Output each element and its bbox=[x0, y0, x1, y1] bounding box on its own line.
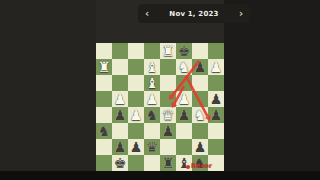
square-d2[interactable]: ♛ bbox=[144, 139, 160, 155]
white-pawn-c4[interactable]: ♟ bbox=[128, 107, 144, 123]
square-d4[interactable]: ♞ bbox=[144, 107, 160, 123]
square-f2[interactable] bbox=[176, 139, 192, 155]
black-rook-e1[interactable]: ♜ bbox=[160, 155, 176, 171]
white-bishop-d7[interactable]: ♝ bbox=[144, 59, 160, 75]
square-e2[interactable] bbox=[160, 139, 176, 155]
square-a5[interactable] bbox=[96, 91, 112, 107]
square-c2[interactable]: ♟ bbox=[128, 139, 144, 155]
chess-board[interactable]: ♜♚♜♝♞♟♟♝♟♟♟♟♟♟♞♛♟♞♟♞♟♟♟♛♟♚♜♝♞ bbox=[96, 43, 224, 171]
square-b6[interactable] bbox=[112, 75, 128, 91]
black-pawn-b2[interactable]: ♟ bbox=[112, 139, 128, 155]
square-d7[interactable]: ♝ bbox=[144, 59, 160, 75]
square-d8[interactable] bbox=[144, 43, 160, 59]
square-a7[interactable]: ♜ bbox=[96, 59, 112, 75]
record-icon bbox=[186, 165, 190, 169]
square-g2[interactable]: ♟ bbox=[192, 139, 208, 155]
square-a2[interactable] bbox=[96, 139, 112, 155]
square-a8[interactable] bbox=[96, 43, 112, 59]
white-pawn-f5[interactable]: ♟ bbox=[176, 91, 192, 107]
square-f5[interactable]: ♟ bbox=[176, 91, 192, 107]
black-pawn-c2[interactable]: ♟ bbox=[128, 139, 144, 155]
square-e6[interactable] bbox=[160, 75, 176, 91]
white-knight-g4[interactable]: ♞ bbox=[192, 107, 208, 123]
square-h2[interactable] bbox=[208, 139, 224, 155]
square-e7[interactable] bbox=[160, 59, 176, 75]
white-rook-a7[interactable]: ♜ bbox=[96, 59, 112, 75]
square-c6[interactable] bbox=[128, 75, 144, 91]
black-king-b1[interactable]: ♚ bbox=[112, 155, 128, 171]
square-c1[interactable] bbox=[128, 155, 144, 171]
square-a4[interactable] bbox=[96, 107, 112, 123]
letterbox-right bbox=[224, 0, 320, 180]
letterbox-bottom bbox=[0, 171, 320, 180]
square-f8[interactable]: ♚ bbox=[176, 43, 192, 59]
square-h7[interactable]: ♟ bbox=[208, 59, 224, 75]
square-h3[interactable] bbox=[208, 123, 224, 139]
square-f3[interactable] bbox=[176, 123, 192, 139]
black-pawn-e3[interactable]: ♟ bbox=[160, 123, 176, 139]
square-d6[interactable]: ♝ bbox=[144, 75, 160, 91]
square-h8[interactable] bbox=[208, 43, 224, 59]
black-pawn-h5[interactable]: ♟ bbox=[208, 91, 224, 107]
letterbox-left bbox=[0, 0, 96, 180]
square-c4[interactable]: ♟ bbox=[128, 107, 144, 123]
black-pawn-g2[interactable]: ♟ bbox=[192, 139, 208, 155]
white-pawn-d5[interactable]: ♟ bbox=[144, 91, 160, 107]
puzzle-date-label[interactable]: Nov 1, 2023 bbox=[169, 10, 218, 18]
white-queen-e4[interactable]: ♛ bbox=[160, 107, 176, 123]
square-h6[interactable] bbox=[208, 75, 224, 91]
next-day-chevron-icon[interactable]: › bbox=[236, 5, 246, 22]
square-a3[interactable]: ♞ bbox=[96, 123, 112, 139]
square-b1[interactable]: ♚ bbox=[112, 155, 128, 171]
square-e1[interactable]: ♜ bbox=[160, 155, 176, 171]
square-e4[interactable]: ♛ bbox=[160, 107, 176, 123]
square-e5[interactable] bbox=[160, 91, 176, 107]
square-g8[interactable] bbox=[192, 43, 208, 59]
black-pawn-h4[interactable]: ♟ bbox=[208, 107, 224, 123]
square-g7[interactable]: ♟ bbox=[192, 59, 208, 75]
square-a1[interactable] bbox=[96, 155, 112, 171]
square-f4[interactable]: ♟ bbox=[176, 107, 192, 123]
square-b3[interactable] bbox=[112, 123, 128, 139]
square-c5[interactable] bbox=[128, 91, 144, 107]
square-c3[interactable] bbox=[128, 123, 144, 139]
square-g3[interactable] bbox=[192, 123, 208, 139]
white-bishop-d6[interactable]: ♝ bbox=[144, 75, 160, 91]
white-pawn-b5[interactable]: ♟ bbox=[112, 91, 128, 107]
square-e8[interactable]: ♜ bbox=[160, 43, 176, 59]
square-e3[interactable]: ♟ bbox=[160, 123, 176, 139]
black-king-f8[interactable]: ♚ bbox=[176, 43, 192, 59]
white-knight-f7[interactable]: ♞ bbox=[176, 59, 192, 75]
square-b8[interactable] bbox=[112, 43, 128, 59]
square-g4[interactable]: ♞ bbox=[192, 107, 208, 123]
square-b4[interactable]: ♟ bbox=[112, 107, 128, 123]
square-d3[interactable] bbox=[144, 123, 160, 139]
square-f7[interactable]: ♞ bbox=[176, 59, 192, 75]
black-knight-a3[interactable]: ♞ bbox=[96, 123, 112, 139]
date-navigator: ‹ Nov 1, 2023 › bbox=[142, 5, 246, 22]
square-b5[interactable]: ♟ bbox=[112, 91, 128, 107]
square-f6[interactable] bbox=[176, 75, 192, 91]
black-pawn-b4[interactable]: ♟ bbox=[112, 107, 128, 123]
square-g5[interactable] bbox=[192, 91, 208, 107]
square-g6[interactable] bbox=[192, 75, 208, 91]
white-rook-e8[interactable]: ♜ bbox=[160, 43, 176, 59]
recording-label: Recor bbox=[191, 162, 212, 171]
black-queen-d2[interactable]: ♛ bbox=[144, 139, 160, 155]
square-h4[interactable]: ♟ bbox=[208, 107, 224, 123]
previous-day-chevron-icon[interactable]: ‹ bbox=[142, 5, 152, 22]
square-h5[interactable]: ♟ bbox=[208, 91, 224, 107]
square-c7[interactable] bbox=[128, 59, 144, 75]
square-b2[interactable]: ♟ bbox=[112, 139, 128, 155]
square-c8[interactable] bbox=[128, 43, 144, 59]
black-pawn-f4[interactable]: ♟ bbox=[176, 107, 192, 123]
square-a6[interactable] bbox=[96, 75, 112, 91]
recording-indicator: Recor bbox=[186, 162, 224, 171]
square-d1[interactable] bbox=[144, 155, 160, 171]
white-pawn-h7[interactable]: ♟ bbox=[208, 59, 224, 75]
black-pawn-g7[interactable]: ♟ bbox=[192, 59, 208, 75]
square-b7[interactable] bbox=[112, 59, 128, 75]
square-d5[interactable]: ♟ bbox=[144, 91, 160, 107]
black-knight-d4[interactable]: ♞ bbox=[144, 107, 160, 123]
video-frame: ‹ Nov 1, 2023 › ♜♚♜♝♞♟♟♝♟♟♟♟♟♟♞♛♟♞♟♞♟♟♟♛… bbox=[0, 0, 320, 180]
